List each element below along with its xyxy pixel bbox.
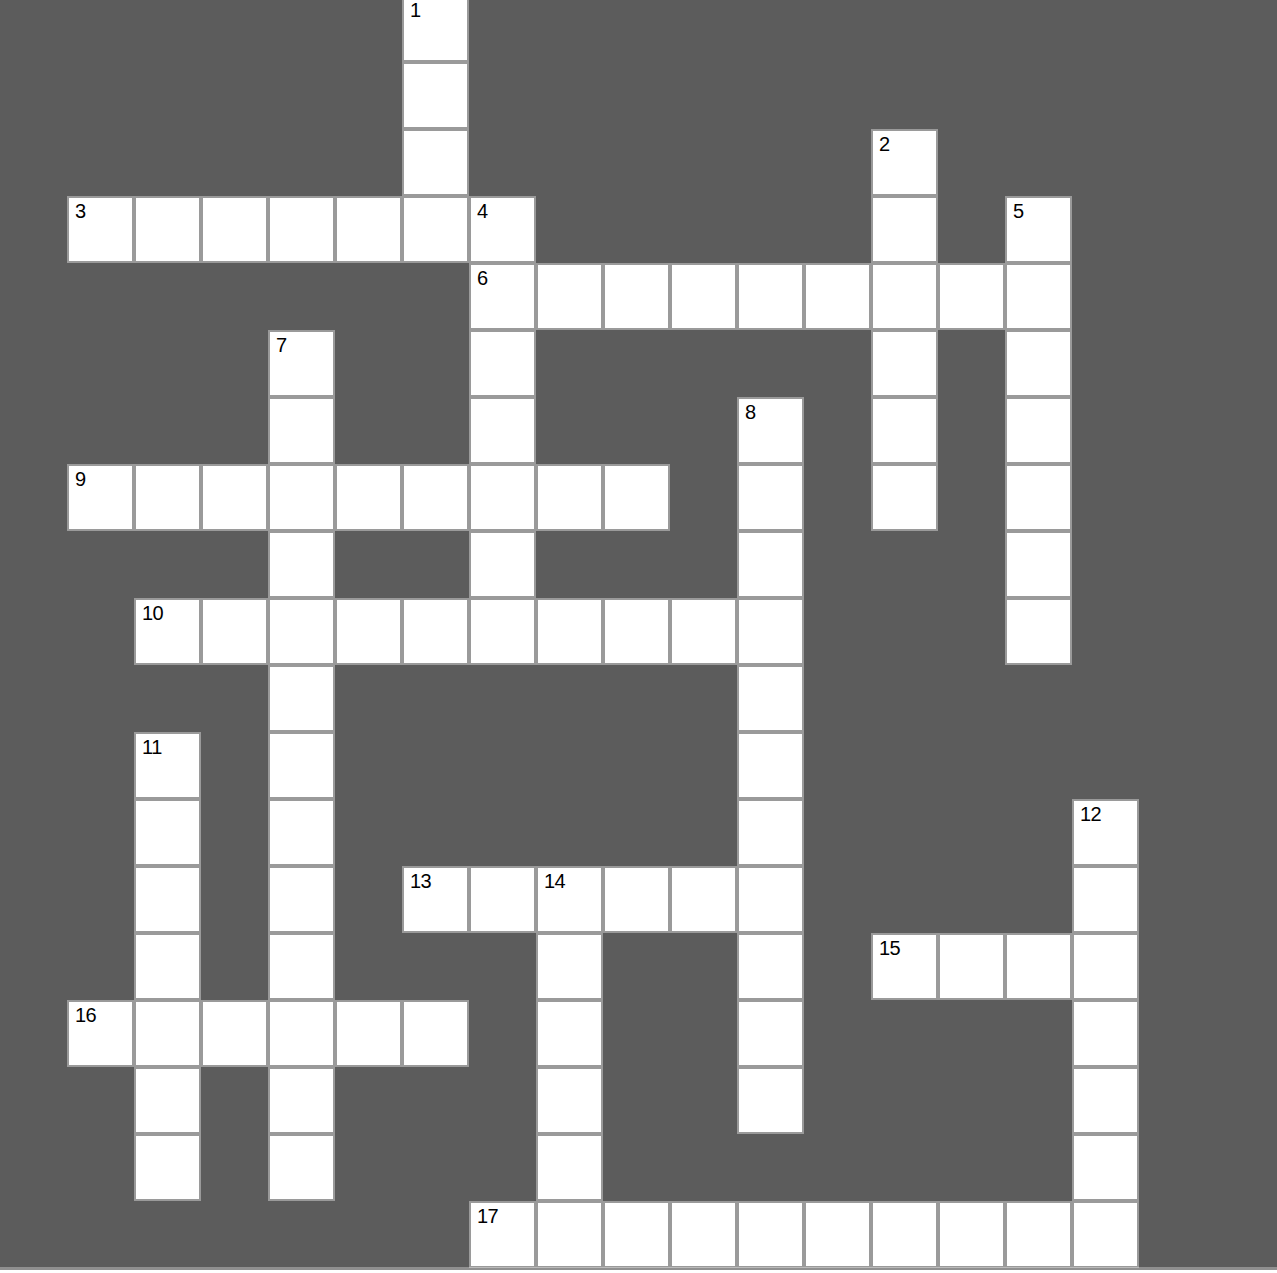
cell-r14c14[interactable] <box>1007 935 1070 998</box>
cell-r9c3[interactable] <box>270 600 333 663</box>
cell-r4c13[interactable] <box>940 265 1003 328</box>
crossword-board: 1234567891011121314151617 <box>0 0 1277 1270</box>
clue-number-10: 10 <box>142 603 163 623</box>
cell-r15c15[interactable] <box>1074 1002 1137 1065</box>
cell-r15c7[interactable] <box>538 1002 601 1065</box>
cell-r18c11[interactable] <box>806 1203 869 1266</box>
cell-r17c3[interactable] <box>270 1136 333 1199</box>
clue-number-5: 5 <box>1013 201 1024 221</box>
clue-number-7: 7 <box>276 335 287 355</box>
clue-number-14: 14 <box>544 871 565 891</box>
cell-r17c1[interactable] <box>136 1136 199 1199</box>
cell-r2c5[interactable] <box>404 131 467 194</box>
cell-r7c3[interactable] <box>270 466 333 529</box>
crossword-grid: 1234567891011121314151617 <box>69 0 1137 1266</box>
cell-r16c10[interactable] <box>739 1069 802 1132</box>
cell-r13c7[interactable]: 14 <box>538 868 601 931</box>
cell-r13c15[interactable] <box>1074 868 1137 931</box>
cell-r13c10[interactable] <box>739 868 802 931</box>
cell-r8c14[interactable] <box>1007 533 1070 596</box>
cell-r3c3[interactable] <box>270 198 333 261</box>
cell-r11c1[interactable]: 11 <box>136 734 199 797</box>
clue-number-11: 11 <box>142 737 162 757</box>
cell-r9c10[interactable] <box>739 600 802 663</box>
cell-r9c4[interactable] <box>337 600 400 663</box>
cell-r3c1[interactable] <box>136 198 199 261</box>
cell-r10c10[interactable] <box>739 667 802 730</box>
cell-r5c14[interactable] <box>1007 332 1070 395</box>
cell-r9c6[interactable] <box>471 600 534 663</box>
cell-r7c7[interactable] <box>538 466 601 529</box>
cell-r4c10[interactable] <box>739 265 802 328</box>
cell-r14c10[interactable] <box>739 935 802 998</box>
cell-r16c7[interactable] <box>538 1069 601 1132</box>
cell-r15c5[interactable] <box>404 1002 467 1065</box>
cell-r6c10[interactable]: 8 <box>739 399 802 462</box>
clue-number-8: 8 <box>745 402 756 422</box>
cell-r6c3[interactable] <box>270 399 333 462</box>
cell-r3c0[interactable]: 3 <box>69 198 132 261</box>
cell-r4c11[interactable] <box>806 265 869 328</box>
cell-r18c7[interactable] <box>538 1203 601 1266</box>
cell-r6c12[interactable] <box>873 399 936 462</box>
cell-r6c6[interactable] <box>471 399 534 462</box>
clue-number-17: 17 <box>477 1206 498 1226</box>
cell-r5c3[interactable]: 7 <box>270 332 333 395</box>
cell-r12c15[interactable]: 12 <box>1074 801 1137 864</box>
cell-r14c13[interactable] <box>940 935 1003 998</box>
cell-r18c10[interactable] <box>739 1203 802 1266</box>
cell-r7c10[interactable] <box>739 466 802 529</box>
cell-r15c2[interactable] <box>203 1002 266 1065</box>
clue-number-13: 13 <box>410 871 431 891</box>
cell-r7c0[interactable]: 9 <box>69 466 132 529</box>
cell-r13c9[interactable] <box>672 868 735 931</box>
cell-r17c15[interactable] <box>1074 1136 1137 1199</box>
cell-r7c6[interactable] <box>471 466 534 529</box>
cell-r7c4[interactable] <box>337 466 400 529</box>
cell-r13c1[interactable] <box>136 868 199 931</box>
cell-r18c14[interactable] <box>1007 1203 1070 1266</box>
cell-r18c6[interactable]: 17 <box>471 1203 534 1266</box>
clue-number-9: 9 <box>75 469 86 489</box>
clue-number-15: 15 <box>879 938 900 958</box>
cell-r14c15[interactable] <box>1074 935 1137 998</box>
cell-r5c6[interactable] <box>471 332 534 395</box>
cell-r4c6[interactable]: 6 <box>471 265 534 328</box>
cell-r0c5[interactable]: 1 <box>404 0 467 60</box>
cell-r14c12[interactable]: 15 <box>873 935 936 998</box>
cell-r15c10[interactable] <box>739 1002 802 1065</box>
cell-r4c14[interactable] <box>1007 265 1070 328</box>
cell-r13c3[interactable] <box>270 868 333 931</box>
cell-r14c1[interactable] <box>136 935 199 998</box>
cell-r7c8[interactable] <box>605 466 668 529</box>
cell-r2c12[interactable]: 2 <box>873 131 936 194</box>
clue-number-4: 4 <box>477 201 488 221</box>
cell-r16c15[interactable] <box>1074 1069 1137 1132</box>
clue-number-16: 16 <box>75 1005 96 1025</box>
cell-r7c12[interactable] <box>873 466 936 529</box>
cell-r18c12[interactable] <box>873 1203 936 1266</box>
cell-r7c1[interactable] <box>136 466 199 529</box>
cell-r11c3[interactable] <box>270 734 333 797</box>
clue-number-3: 3 <box>75 201 86 221</box>
clue-number-6: 6 <box>477 268 488 288</box>
cell-r4c8[interactable] <box>605 265 668 328</box>
cell-r12c10[interactable] <box>739 801 802 864</box>
cell-r9c8[interactable] <box>605 600 668 663</box>
cell-r3c6[interactable]: 4 <box>471 198 534 261</box>
cell-r11c10[interactable] <box>739 734 802 797</box>
cell-r4c9[interactable] <box>672 265 735 328</box>
cell-r18c15[interactable] <box>1074 1203 1137 1266</box>
cell-r3c14[interactable]: 5 <box>1007 198 1070 261</box>
cell-r10c3[interactable] <box>270 667 333 730</box>
cell-r17c7[interactable] <box>538 1136 601 1199</box>
cell-r8c3[interactable] <box>270 533 333 596</box>
cell-r14c3[interactable] <box>270 935 333 998</box>
clue-number-2: 2 <box>879 134 890 154</box>
cell-r14c7[interactable] <box>538 935 601 998</box>
cell-r8c6[interactable] <box>471 533 534 596</box>
cell-r3c2[interactable] <box>203 198 266 261</box>
cell-r15c4[interactable] <box>337 1002 400 1065</box>
cell-r8c10[interactable] <box>739 533 802 596</box>
cell-r12c3[interactable] <box>270 801 333 864</box>
cell-r7c14[interactable] <box>1007 466 1070 529</box>
cell-r18c9[interactable] <box>672 1203 735 1266</box>
cell-r4c7[interactable] <box>538 265 601 328</box>
cell-r3c5[interactable] <box>404 198 467 261</box>
cell-r1c5[interactable] <box>404 64 467 127</box>
cell-r9c14[interactable] <box>1007 600 1070 663</box>
cell-r15c1[interactable] <box>136 1002 199 1065</box>
cell-r13c5[interactable]: 13 <box>404 868 467 931</box>
cell-r9c9[interactable] <box>672 600 735 663</box>
cell-r18c13[interactable] <box>940 1203 1003 1266</box>
cell-r3c4[interactable] <box>337 198 400 261</box>
cell-r9c2[interactable] <box>203 600 266 663</box>
cell-r7c2[interactable] <box>203 466 266 529</box>
cell-r18c8[interactable] <box>605 1203 668 1266</box>
cell-r9c7[interactable] <box>538 600 601 663</box>
cell-r15c0[interactable]: 16 <box>69 1002 132 1065</box>
cell-r16c3[interactable] <box>270 1069 333 1132</box>
cell-r15c3[interactable] <box>270 1002 333 1065</box>
clue-number-12: 12 <box>1080 804 1101 824</box>
cell-r12c1[interactable] <box>136 801 199 864</box>
cell-r9c1[interactable]: 10 <box>136 600 199 663</box>
cell-r7c5[interactable] <box>404 466 467 529</box>
cell-r13c8[interactable] <box>605 868 668 931</box>
cell-r16c1[interactable] <box>136 1069 199 1132</box>
cell-r3c12[interactable] <box>873 198 936 261</box>
cell-r6c14[interactable] <box>1007 399 1070 462</box>
clue-number-1: 1 <box>410 0 421 20</box>
cell-r5c12[interactable] <box>873 332 936 395</box>
cell-r13c6[interactable] <box>471 868 534 931</box>
cell-r4c12[interactable] <box>873 265 936 328</box>
cell-r9c5[interactable] <box>404 600 467 663</box>
